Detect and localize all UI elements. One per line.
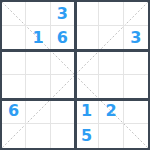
cell-r1c2[interactable] bbox=[26, 2, 50, 26]
cell-r2c4[interactable] bbox=[75, 26, 99, 50]
cell-r5c2[interactable] bbox=[26, 99, 50, 123]
box-divider-horizontal-2 bbox=[2, 98, 148, 101]
cell-r1c3[interactable]: 3 bbox=[51, 2, 75, 26]
box-divider-vertical bbox=[74, 2, 77, 148]
cell-r6c6[interactable] bbox=[124, 124, 148, 148]
cell-r6c4[interactable]: 5 bbox=[75, 124, 99, 148]
cell-r2c3[interactable]: 6 bbox=[51, 26, 75, 50]
cell-r3c2[interactable] bbox=[26, 51, 50, 75]
cell-r5c4[interactable]: 1 bbox=[75, 99, 99, 123]
cell-r5c3[interactable] bbox=[51, 99, 75, 123]
cell-r3c6[interactable] bbox=[124, 51, 148, 75]
box-divider-horizontal-1 bbox=[2, 49, 148, 52]
cell-r5c6[interactable] bbox=[124, 99, 148, 123]
cell-r5c1[interactable]: 6 bbox=[2, 99, 26, 123]
cell-r1c1[interactable] bbox=[2, 2, 26, 26]
cell-r2c1[interactable] bbox=[2, 26, 26, 50]
cell-r6c3[interactable] bbox=[51, 124, 75, 148]
cell-r4c1[interactable] bbox=[2, 75, 26, 99]
cell-r3c5[interactable] bbox=[99, 51, 123, 75]
cell-r6c1[interactable] bbox=[2, 124, 26, 148]
cell-r4c4[interactable] bbox=[75, 75, 99, 99]
cell-r4c2[interactable] bbox=[26, 75, 50, 99]
cell-r1c6[interactable] bbox=[124, 2, 148, 26]
cell-r2c2[interactable]: 1 bbox=[26, 26, 50, 50]
cell-r5c5[interactable]: 2 bbox=[99, 99, 123, 123]
cell-r6c5[interactable] bbox=[99, 124, 123, 148]
sudoku-board: 31636125 bbox=[0, 0, 150, 150]
cell-r2c5[interactable] bbox=[99, 26, 123, 50]
cell-r3c1[interactable] bbox=[2, 51, 26, 75]
cell-r1c4[interactable] bbox=[75, 2, 99, 26]
cell-r6c2[interactable] bbox=[26, 124, 50, 148]
cell-r4c5[interactable] bbox=[99, 75, 123, 99]
cell-r4c6[interactable] bbox=[124, 75, 148, 99]
cell-r4c3[interactable] bbox=[51, 75, 75, 99]
cell-r3c3[interactable] bbox=[51, 51, 75, 75]
cell-r1c5[interactable] bbox=[99, 2, 123, 26]
cell-r2c6[interactable]: 3 bbox=[124, 26, 148, 50]
cell-r3c4[interactable] bbox=[75, 51, 99, 75]
